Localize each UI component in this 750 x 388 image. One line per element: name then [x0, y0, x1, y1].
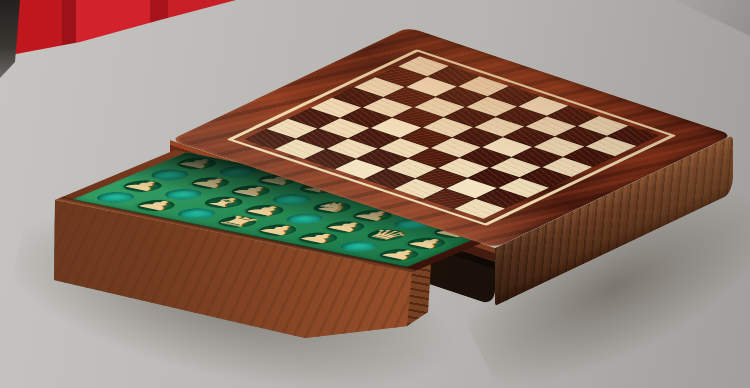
chess-set-photo: ♟♟♝♟♟♟♟♞♟♟♟♝♟♟♛♟♟♜♟♟♟	[0, 0, 750, 388]
